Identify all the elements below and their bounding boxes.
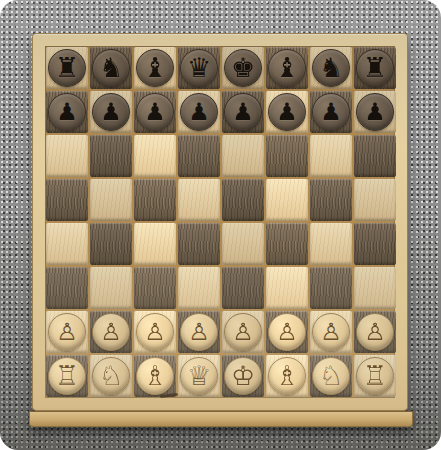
square-e2: ♙ [222,311,264,353]
square-b2: ♙ [90,311,132,353]
piece-white-queen: ♕ [180,357,218,395]
piece-black-knight: ♞ [312,49,350,87]
piece-black-pawn: ♟ [48,93,86,131]
piece-white-bishop: ♗ [268,357,306,395]
piece-glyph: ♙ [144,314,166,350]
square-g2: ♙ [310,311,352,353]
square-h6 [354,135,396,177]
piece-glyph: ♚ [231,50,255,86]
square-d8: ♛ [178,47,220,89]
piece-glyph: ♝ [275,50,299,86]
square-b6 [90,135,132,177]
square-a6 [46,135,88,177]
square-a1: ♖ [46,355,88,397]
square-a4 [46,223,88,265]
square-h3 [354,267,396,309]
square-d7: ♟ [178,91,220,133]
square-a5 [46,179,88,221]
piece-glyph: ♜ [55,50,79,86]
square-f3 [266,267,308,309]
piece-glyph: ♙ [188,314,210,350]
piece-glyph: ♞ [319,50,343,86]
square-h5 [354,179,396,221]
piece-glyph: ♙ [232,314,254,350]
square-f1: ♗ [266,355,308,397]
piece-glyph: ♗ [275,358,299,394]
square-h1: ♖ [354,355,396,397]
piece-white-rook: ♖ [356,357,394,395]
piece-glyph: ♗ [143,358,167,394]
piece-white-pawn: ♙ [356,313,394,351]
square-c3 [134,267,176,309]
square-e6 [222,135,264,177]
piece-white-rook: ♖ [48,357,86,395]
piece-glyph: ♟ [232,94,254,130]
piece-white-knight: ♘ [92,357,130,395]
piece-black-pawn: ♟ [268,93,306,131]
square-d2: ♙ [178,311,220,353]
square-c1: ♗ [134,355,176,397]
piece-glyph: ♙ [100,314,122,350]
piece-glyph: ♖ [363,358,387,394]
square-f2: ♙ [266,311,308,353]
square-b5 [90,179,132,221]
piece-black-pawn: ♟ [92,93,130,131]
piece-glyph: ♛ [187,50,211,86]
piece-black-pawn: ♟ [224,93,262,131]
board-frame: ♜♞♝♛♚♝♞♜♟♟♟♟♟♟♟♟♙♙♙♙♙♙♙♙♖♘♗♕♔♗♘♖ [32,33,408,411]
piece-black-rook: ♜ [356,49,394,87]
piece-black-pawn: ♟ [180,93,218,131]
square-f8: ♝ [266,47,308,89]
piece-glyph: ♟ [276,94,298,130]
square-c6 [134,135,176,177]
piece-white-pawn: ♙ [268,313,306,351]
square-e3 [222,267,264,309]
square-b1: ♘ [90,355,132,397]
piece-glyph: ♙ [364,314,386,350]
piece-black-pawn: ♟ [136,93,174,131]
square-h7: ♟ [354,91,396,133]
piece-glyph: ♟ [144,94,166,130]
piece-white-bishop: ♗ [136,357,174,395]
square-f4 [266,223,308,265]
piece-glyph: ♟ [364,94,386,130]
square-a7: ♟ [46,91,88,133]
piece-glyph: ♖ [55,358,79,394]
piece-glyph: ♔ [231,358,255,394]
square-e8: ♚ [222,47,264,89]
piece-glyph: ♜ [363,50,387,86]
piece-white-pawn: ♙ [312,313,350,351]
piece-glyph: ♞ [99,50,123,86]
square-a3 [46,267,88,309]
piece-black-king: ♚ [224,49,262,87]
piece-glyph: ♙ [320,314,342,350]
piece-black-rook: ♜ [48,49,86,87]
chess-board: ♜♞♝♛♚♝♞♜♟♟♟♟♟♟♟♟♙♙♙♙♙♙♙♙♖♘♗♕♔♗♘♖ [32,33,408,427]
piece-black-bishop: ♝ [136,49,174,87]
piece-white-pawn: ♙ [224,313,262,351]
square-d3 [178,267,220,309]
piece-white-pawn: ♙ [48,313,86,351]
piece-glyph: ♕ [187,358,211,394]
square-g5 [310,179,352,221]
square-c4 [134,223,176,265]
piece-black-pawn: ♟ [312,93,350,131]
piece-white-pawn: ♙ [180,313,218,351]
square-d4 [178,223,220,265]
square-e4 [222,223,264,265]
square-h2: ♙ [354,311,396,353]
board-grid: ♜♞♝♛♚♝♞♜♟♟♟♟♟♟♟♟♙♙♙♙♙♙♙♙♖♘♗♕♔♗♘♖ [45,46,395,398]
square-f5 [266,179,308,221]
piece-black-bishop: ♝ [268,49,306,87]
square-c7: ♟ [134,91,176,133]
square-e5 [222,179,264,221]
square-g8: ♞ [310,47,352,89]
piece-black-pawn: ♟ [356,93,394,131]
square-a2: ♙ [46,311,88,353]
square-e7: ♟ [222,91,264,133]
square-g4 [310,223,352,265]
square-a8: ♜ [46,47,88,89]
piece-white-pawn: ♙ [136,313,174,351]
square-c8: ♝ [134,47,176,89]
square-g6 [310,135,352,177]
box-side-edge [29,411,413,427]
piece-white-king: ♔ [224,357,262,395]
square-g3 [310,267,352,309]
square-e1: ♔ [222,355,264,397]
piece-glyph: ♟ [320,94,342,130]
piece-glyph: ♘ [319,358,343,394]
square-b4 [90,223,132,265]
square-c2: ♙ [134,311,176,353]
piece-black-queen: ♛ [180,49,218,87]
square-g1: ♘ [310,355,352,397]
square-b7: ♟ [90,91,132,133]
square-h4 [354,223,396,265]
photo-chess-set: ♜♞♝♛♚♝♞♜♟♟♟♟♟♟♟♟♙♙♙♙♙♙♙♙♖♘♗♕♔♗♘♖ [0,0,441,450]
square-h8: ♜ [354,47,396,89]
piece-black-knight: ♞ [92,49,130,87]
square-b3 [90,267,132,309]
square-d1: ♕ [178,355,220,397]
square-b8: ♞ [90,47,132,89]
piece-glyph: ♙ [276,314,298,350]
square-d5 [178,179,220,221]
piece-glyph: ♝ [143,50,167,86]
square-d6 [178,135,220,177]
piece-glyph: ♘ [99,358,123,394]
piece-glyph: ♟ [188,94,210,130]
square-g7: ♟ [310,91,352,133]
square-f6 [266,135,308,177]
piece-glyph: ♟ [100,94,122,130]
piece-white-pawn: ♙ [92,313,130,351]
square-c5 [134,179,176,221]
piece-glyph: ♟ [56,94,78,130]
piece-white-knight: ♘ [312,357,350,395]
piece-glyph: ♙ [56,314,78,350]
square-f7: ♟ [266,91,308,133]
